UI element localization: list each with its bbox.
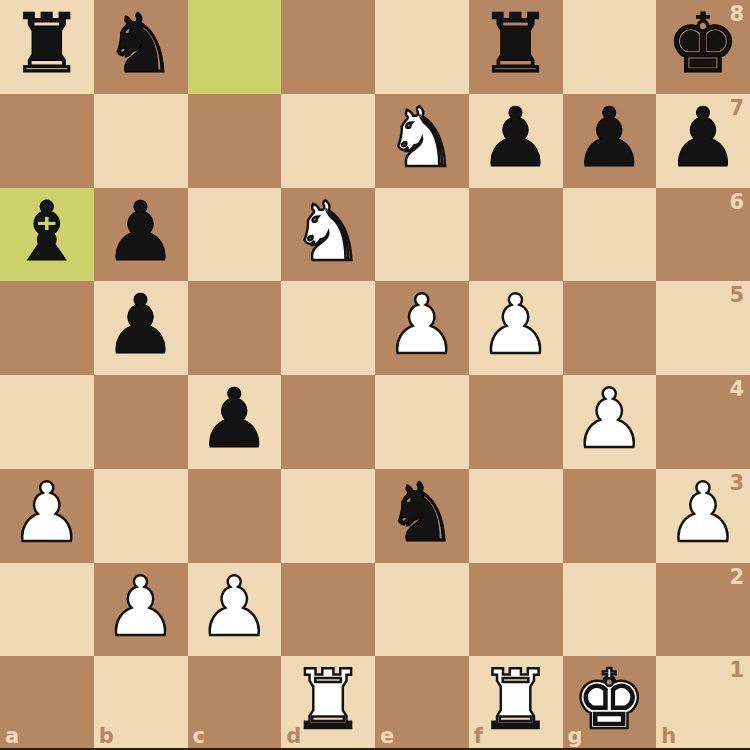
square-g7[interactable]: ♟ <box>563 94 657 188</box>
square-e4[interactable] <box>375 375 469 469</box>
white-pawn[interactable]: ♟ <box>573 372 647 466</box>
black-rook[interactable]: ♜ <box>479 0 553 91</box>
white-pawn[interactable]: ♟ <box>10 466 84 560</box>
square-g4[interactable]: ♟ <box>563 375 657 469</box>
rank-label-6: 6 <box>729 192 744 213</box>
square-a1[interactable]: a <box>0 656 94 750</box>
square-a4[interactable] <box>0 375 94 469</box>
file-label-a: a <box>5 726 19 747</box>
white-knight[interactable]: ♞ <box>291 185 365 279</box>
square-g8[interactable] <box>563 0 657 94</box>
square-c1[interactable]: c <box>188 656 282 750</box>
rank-label-5: 5 <box>729 285 744 306</box>
square-g2[interactable] <box>563 563 657 657</box>
square-c8[interactable] <box>188 0 282 94</box>
square-e2[interactable] <box>375 563 469 657</box>
rank-label-4: 4 <box>729 379 744 400</box>
square-g3[interactable] <box>563 469 657 563</box>
chess-board: ♜♞♜♚8♞♟♟♟7♝♟♞6♟♟♟5♟♟4♟♞♟3♟♟2abc♜de♜f♚g1h <box>0 0 750 750</box>
square-d2[interactable] <box>281 563 375 657</box>
square-h1[interactable]: 1h <box>656 656 750 750</box>
black-pawn[interactable]: ♟ <box>479 91 553 185</box>
square-f6[interactable] <box>469 188 563 282</box>
black-pawn[interactable]: ♟ <box>198 372 272 466</box>
square-a7[interactable] <box>0 94 94 188</box>
square-f7[interactable]: ♟ <box>469 94 563 188</box>
square-e8[interactable] <box>375 0 469 94</box>
square-c3[interactable] <box>188 469 282 563</box>
square-b3[interactable] <box>94 469 188 563</box>
square-b5[interactable]: ♟ <box>94 281 188 375</box>
black-pawn[interactable]: ♟ <box>104 185 178 279</box>
square-g6[interactable] <box>563 188 657 282</box>
square-a5[interactable] <box>0 281 94 375</box>
black-bishop[interactable]: ♝ <box>10 185 84 279</box>
square-a2[interactable] <box>0 563 94 657</box>
square-c5[interactable] <box>188 281 282 375</box>
square-h7[interactable]: ♟7 <box>656 94 750 188</box>
square-g5[interactable] <box>563 281 657 375</box>
file-label-b: b <box>99 726 114 747</box>
square-f4[interactable] <box>469 375 563 469</box>
square-f1[interactable]: ♜f <box>469 656 563 750</box>
rank-label-2: 2 <box>729 567 744 588</box>
white-pawn[interactable]: ♟ <box>104 560 178 654</box>
square-b8[interactable]: ♞ <box>94 0 188 94</box>
square-f5[interactable]: ♟ <box>469 281 563 375</box>
black-rook[interactable]: ♜ <box>10 0 84 91</box>
white-rook[interactable]: ♜ <box>479 653 553 747</box>
square-c6[interactable] <box>188 188 282 282</box>
white-pawn[interactable]: ♟ <box>666 466 740 560</box>
square-e3[interactable]: ♞ <box>375 469 469 563</box>
square-h8[interactable]: ♚8 <box>656 0 750 94</box>
black-knight[interactable]: ♞ <box>385 466 459 560</box>
square-f8[interactable]: ♜ <box>469 0 563 94</box>
square-g1[interactable]: ♚g <box>563 656 657 750</box>
white-knight[interactable]: ♞ <box>385 91 459 185</box>
file-label-c: c <box>193 726 205 747</box>
black-knight[interactable]: ♞ <box>104 0 178 91</box>
black-pawn[interactable]: ♟ <box>573 91 647 185</box>
square-b2[interactable]: ♟ <box>94 563 188 657</box>
square-c4[interactable]: ♟ <box>188 375 282 469</box>
square-b4[interactable] <box>94 375 188 469</box>
square-e1[interactable]: e <box>375 656 469 750</box>
square-a8[interactable]: ♜ <box>0 0 94 94</box>
square-e5[interactable]: ♟ <box>375 281 469 375</box>
square-f2[interactable] <box>469 563 563 657</box>
white-pawn[interactable]: ♟ <box>198 560 272 654</box>
black-pawn[interactable]: ♟ <box>666 91 740 185</box>
square-d7[interactable] <box>281 94 375 188</box>
white-pawn[interactable]: ♟ <box>479 278 553 372</box>
square-f3[interactable] <box>469 469 563 563</box>
file-label-e: e <box>380 726 394 747</box>
square-b7[interactable] <box>94 94 188 188</box>
square-d6[interactable]: ♞ <box>281 188 375 282</box>
white-pawn[interactable]: ♟ <box>385 278 459 372</box>
square-c7[interactable] <box>188 94 282 188</box>
square-e6[interactable] <box>375 188 469 282</box>
square-h3[interactable]: ♟3 <box>656 469 750 563</box>
square-h5[interactable]: 5 <box>656 281 750 375</box>
file-label-h: h <box>661 726 676 747</box>
square-b1[interactable]: b <box>94 656 188 750</box>
square-d5[interactable] <box>281 281 375 375</box>
square-d1[interactable]: ♜d <box>281 656 375 750</box>
square-c2[interactable]: ♟ <box>188 563 282 657</box>
square-h6[interactable]: 6 <box>656 188 750 282</box>
square-d3[interactable] <box>281 469 375 563</box>
square-h2[interactable]: 2 <box>656 563 750 657</box>
square-e7[interactable]: ♞ <box>375 94 469 188</box>
white-rook[interactable]: ♜ <box>291 653 365 747</box>
rank-label-1: 1 <box>729 660 744 681</box>
black-king[interactable]: ♚ <box>666 0 740 91</box>
square-b6[interactable]: ♟ <box>94 188 188 282</box>
white-king[interactable]: ♚ <box>573 653 647 747</box>
square-d8[interactable] <box>281 0 375 94</box>
square-d4[interactable] <box>281 375 375 469</box>
square-a6[interactable]: ♝ <box>0 188 94 282</box>
square-h4[interactable]: 4 <box>656 375 750 469</box>
square-a3[interactable]: ♟ <box>0 469 94 563</box>
black-pawn[interactable]: ♟ <box>104 278 178 372</box>
